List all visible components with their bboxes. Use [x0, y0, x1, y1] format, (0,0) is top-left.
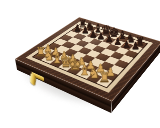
square-h3 — [108, 65, 123, 74]
square-a2 — [40, 47, 55, 55]
square-e3 — [80, 55, 95, 64]
square-e4 — [86, 50, 100, 58]
square-g5 — [110, 51, 124, 59]
square-g2 — [93, 67, 109, 77]
square-b2 — [48, 50, 63, 58]
square-c2 — [57, 53, 72, 61]
square-d1 — [58, 62, 74, 71]
square-h4 — [114, 60, 129, 69]
square-d2 — [65, 57, 80, 66]
square-e1 — [67, 65, 83, 75]
square-f4 — [95, 53, 110, 61]
square-g4 — [104, 56, 119, 65]
square-d3 — [72, 52, 87, 60]
square-f3 — [89, 58, 104, 67]
square-h1 — [96, 77, 113, 88]
square-a1 — [33, 52, 48, 60]
square-g3 — [99, 61, 114, 70]
square-b1 — [41, 55, 56, 64]
square-g1 — [86, 73, 102, 83]
square-h2 — [102, 71, 118, 81]
square-e2 — [74, 60, 89, 69]
square-h6 — [124, 50, 138, 58]
square-c1 — [50, 58, 66, 67]
square-f1 — [76, 69, 92, 79]
square-f2 — [83, 63, 99, 72]
product-photo: ♜♞♝♛♚♝♞♜♟♟♟♟♟♟♟♟♟♟♟♟♟♟♟♟♜♞♝♛♚♝♞♜ — [0, 0, 160, 128]
square-h5 — [119, 55, 134, 63]
